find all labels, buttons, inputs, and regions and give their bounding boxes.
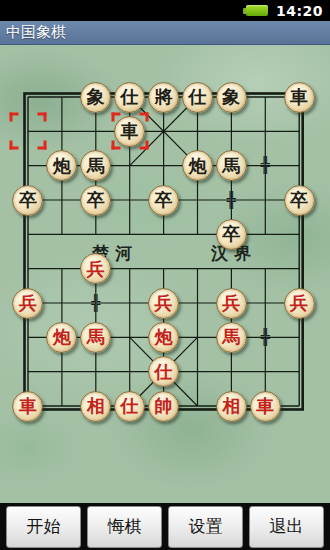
board-point[interactable] — [45, 355, 79, 389]
board-point[interactable] — [45, 183, 79, 217]
board-point[interactable] — [11, 355, 45, 389]
board-point[interactable] — [45, 286, 79, 320]
board-point[interactable] — [282, 355, 316, 389]
board-point[interactable]: 炮 — [45, 320, 79, 354]
piece-r[interactable]: 車 — [284, 82, 315, 113]
piece-r[interactable]: 車 — [114, 116, 145, 147]
piece-A[interactable]: 仕 — [114, 391, 145, 422]
board-point[interactable] — [113, 320, 147, 354]
piece-b[interactable]: 象 — [216, 82, 247, 113]
board-point[interactable] — [180, 252, 214, 286]
battery-icon — [246, 5, 268, 16]
piece-P[interactable]: 兵 — [284, 288, 315, 319]
board-point[interactable] — [45, 389, 79, 423]
board-point[interactable]: 仕 — [180, 80, 214, 114]
piece-glyph: 馬 — [87, 157, 105, 175]
board-point[interactable]: 車 — [11, 389, 45, 423]
board-point[interactable] — [282, 114, 316, 148]
board-grid: 象仕將仕象車車炮馬炮馬╬卒卒卒╬卒卒兵兵╬兵兵兵炮馬炮馬╬仕車相仕帥相車 — [11, 80, 316, 423]
board-point[interactable] — [214, 114, 248, 148]
piece-glyph: 車 — [19, 397, 37, 415]
piece-glyph: 兵 — [290, 294, 308, 312]
board-point[interactable]: 車 — [248, 389, 282, 423]
board-point[interactable] — [248, 286, 282, 320]
board-point[interactable]: 卒 — [11, 183, 45, 217]
piece-p[interactable]: 卒 — [284, 185, 315, 216]
piece-glyph: 兵 — [87, 260, 105, 278]
board-point[interactable] — [147, 252, 181, 286]
point-marker-icon: ╬ — [91, 296, 100, 311]
piece-glyph: 卒 — [155, 191, 173, 209]
piece-p[interactable]: 卒 — [216, 219, 247, 250]
piece-A[interactable]: 仕 — [148, 356, 179, 387]
board-point[interactable]: 炮 — [147, 320, 181, 354]
board-point[interactable]: 仕 — [113, 389, 147, 423]
last-move-from-marker — [9, 113, 46, 150]
bottom-button-bar: 开始 悔棋 设置 退出 — [0, 503, 330, 550]
undo-button[interactable]: 悔棋 — [87, 506, 162, 548]
board-point[interactable]: 車 — [282, 80, 316, 114]
board-point[interactable] — [45, 252, 79, 286]
board-point[interactable] — [282, 389, 316, 423]
board-point[interactable]: 馬 — [214, 149, 248, 183]
status-clock: 14:20 — [276, 3, 323, 19]
board-point[interactable] — [147, 217, 181, 251]
piece-n[interactable]: 馬 — [80, 150, 111, 181]
piece-p[interactable]: 卒 — [12, 185, 43, 216]
piece-P[interactable]: 兵 — [148, 288, 179, 319]
board-point[interactable]: 帥 — [147, 389, 181, 423]
piece-glyph: 炮 — [188, 157, 206, 175]
board-point[interactable]: 馬 — [214, 320, 248, 354]
piece-k[interactable]: 將 — [148, 82, 179, 113]
piece-glyph: 仕 — [188, 88, 206, 106]
start-button[interactable]: 开始 — [6, 506, 81, 548]
board-point[interactable]: 車 — [113, 114, 147, 148]
board-point[interactable]: ╬ — [214, 183, 248, 217]
board-point[interactable] — [11, 217, 45, 251]
piece-glyph: 車 — [256, 397, 274, 415]
board-point[interactable] — [282, 217, 316, 251]
board-point[interactable] — [11, 320, 45, 354]
board-point[interactable]: 相 — [79, 389, 113, 423]
board-point[interactable] — [45, 114, 79, 148]
piece-glyph: 象 — [87, 88, 105, 106]
title-bar: 中国象棋 — [0, 21, 330, 45]
board-point[interactable] — [214, 355, 248, 389]
board-point[interactable]: 炮 — [180, 149, 214, 183]
board-point[interactable] — [248, 114, 282, 148]
board-point[interactable]: 卒 — [147, 183, 181, 217]
piece-a[interactable]: 仕 — [182, 82, 213, 113]
board-point[interactable] — [45, 217, 79, 251]
board-point[interactable] — [147, 114, 181, 148]
board-point[interactable]: 馬 — [79, 320, 113, 354]
piece-glyph: 仕 — [121, 397, 139, 415]
piece-glyph: 馬 — [222, 328, 240, 346]
board-point[interactable]: 兵 — [214, 286, 248, 320]
piece-p[interactable]: 卒 — [148, 185, 179, 216]
board-point[interactable]: 象 — [214, 80, 248, 114]
piece-b[interactable]: 象 — [80, 82, 111, 113]
board-point[interactable] — [11, 252, 45, 286]
piece-glyph: 炮 — [53, 157, 71, 175]
board-point[interactable] — [282, 252, 316, 286]
piece-p[interactable]: 卒 — [80, 185, 111, 216]
board-point[interactable] — [180, 286, 214, 320]
board-point[interactable]: 馬 — [79, 149, 113, 183]
board-point[interactable] — [180, 320, 214, 354]
board-point[interactable] — [180, 183, 214, 217]
piece-N[interactable]: 馬 — [216, 322, 247, 353]
piece-glyph: 車 — [121, 122, 139, 140]
board-point[interactable] — [248, 183, 282, 217]
board-point[interactable] — [113, 355, 147, 389]
piece-R[interactable]: 車 — [12, 391, 43, 422]
board-point[interactable] — [180, 355, 214, 389]
piece-C[interactable]: 炮 — [46, 322, 77, 353]
piece-glyph: 馬 — [87, 328, 105, 346]
board-point[interactable]: 仕 — [113, 80, 147, 114]
piece-c[interactable]: 炮 — [46, 150, 77, 181]
board-point[interactable]: 兵 — [11, 286, 45, 320]
board-point[interactable] — [79, 355, 113, 389]
piece-P[interactable]: 兵 — [12, 288, 43, 319]
board-point[interactable] — [180, 389, 214, 423]
piece-glyph: 相 — [222, 397, 240, 415]
piece-glyph: 炮 — [155, 328, 173, 346]
piece-C[interactable]: 炮 — [148, 322, 179, 353]
board-point[interactable] — [11, 149, 45, 183]
piece-R[interactable]: 車 — [250, 391, 281, 422]
board-point[interactable]: ╬ — [248, 320, 282, 354]
board-point[interactable] — [11, 114, 45, 148]
board-point[interactable] — [113, 149, 147, 183]
board-point[interactable] — [147, 149, 181, 183]
board-point[interactable] — [113, 183, 147, 217]
board-point[interactable]: 兵 — [282, 286, 316, 320]
board-point[interactable] — [282, 149, 316, 183]
status-bar: 14:20 — [0, 0, 330, 21]
piece-glyph: 相 — [87, 397, 105, 415]
point-marker-icon: ╬ — [261, 158, 270, 173]
app-screen: 14:20 中国象棋 楚河 汉界 象仕將仕象車車炮馬炮馬╬卒卒卒╬卒卒兵兵╬兵兵… — [0, 0, 330, 550]
piece-glyph: 仕 — [121, 88, 139, 106]
point-marker-icon: ╬ — [261, 330, 270, 345]
board-point[interactable] — [282, 320, 316, 354]
piece-P[interactable]: 兵 — [80, 253, 111, 284]
piece-glyph: 象 — [222, 88, 240, 106]
board-point[interactable] — [11, 80, 45, 114]
piece-glyph: 馬 — [222, 157, 240, 175]
board-point[interactable] — [45, 80, 79, 114]
piece-glyph: 兵 — [155, 294, 173, 312]
piece-P[interactable]: 兵 — [216, 288, 247, 319]
piece-glyph: 兵 — [222, 294, 240, 312]
piece-N[interactable]: 馬 — [80, 322, 111, 353]
settings-button[interactable]: 设置 — [168, 506, 243, 548]
piece-n[interactable]: 馬 — [216, 150, 247, 181]
exit-button[interactable]: 退出 — [249, 506, 324, 548]
board-point[interactable] — [248, 80, 282, 114]
board-point[interactable]: ╬ — [248, 149, 282, 183]
board-point[interactable] — [180, 114, 214, 148]
board-point[interactable]: 卒 — [79, 183, 113, 217]
piece-glyph: 兵 — [19, 294, 37, 312]
point-marker-icon: ╬ — [227, 193, 236, 208]
piece-glyph: 卒 — [87, 191, 105, 209]
piece-glyph: 炮 — [53, 328, 71, 346]
board-point[interactable]: 相 — [214, 389, 248, 423]
app-title: 中国象棋 — [0, 23, 66, 42]
piece-a[interactable]: 仕 — [114, 82, 145, 113]
piece-glyph: 將 — [155, 88, 173, 106]
piece-c[interactable]: 炮 — [182, 150, 213, 181]
piece-glyph: 仕 — [155, 363, 173, 381]
board-point[interactable]: 炮 — [45, 149, 79, 183]
board-point[interactable] — [113, 286, 147, 320]
board-point[interactable]: 卒 — [282, 183, 316, 217]
board-point[interactable]: ╬ — [79, 286, 113, 320]
board-point[interactable]: 象 — [79, 80, 113, 114]
xiangqi-board[interactable]: 楚河 汉界 象仕將仕象車車炮馬炮馬╬卒卒卒╬卒卒兵兵╬兵兵兵炮馬炮馬╬仕車相仕帥… — [0, 45, 330, 503]
piece-glyph: 車 — [290, 88, 308, 106]
piece-B[interactable]: 相 — [80, 391, 111, 422]
piece-B[interactable]: 相 — [216, 391, 247, 422]
board-point[interactable]: 兵 — [147, 286, 181, 320]
board-point[interactable] — [180, 217, 214, 251]
board-point[interactable] — [79, 114, 113, 148]
piece-glyph: 卒 — [290, 191, 308, 209]
piece-glyph: 卒 — [19, 191, 37, 209]
board-point[interactable] — [248, 355, 282, 389]
piece-K[interactable]: 帥 — [148, 391, 179, 422]
piece-glyph: 卒 — [222, 225, 240, 243]
piece-glyph: 帥 — [155, 397, 173, 415]
board-point[interactable]: 仕 — [147, 355, 181, 389]
board-point[interactable]: 將 — [147, 80, 181, 114]
